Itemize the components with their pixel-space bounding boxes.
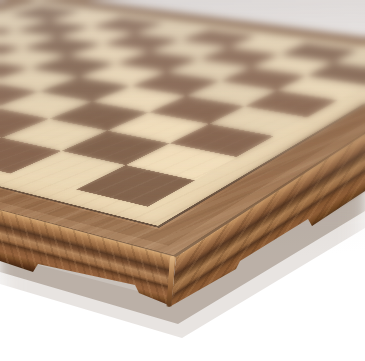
frame-corner-edge-highlight	[166, 256, 175, 307]
chessboard-photo	[0, 0, 365, 361]
chessboard-squares	[0, 6, 365, 206]
chessboard	[0, 0, 365, 258]
